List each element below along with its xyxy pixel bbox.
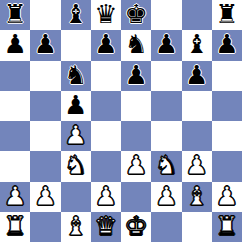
square-b3[interactable]: [30, 151, 60, 181]
square-b5[interactable]: [30, 91, 60, 121]
square-c1[interactable]: ♝: [61, 212, 91, 242]
square-h5[interactable]: [212, 91, 242, 121]
square-h3[interactable]: [212, 151, 242, 181]
square-d2[interactable]: ♟: [91, 182, 121, 212]
square-g6[interactable]: ♟: [182, 61, 212, 91]
square-a8[interactable]: ♜: [0, 0, 30, 30]
square-e6[interactable]: ♟: [121, 61, 151, 91]
square-a3[interactable]: [0, 151, 30, 181]
piece-black-king[interactable]: ♚: [124, 1, 147, 27]
piece-white-pawn[interactable]: ♟: [124, 152, 147, 178]
piece-white-knight[interactable]: ♞: [64, 152, 87, 178]
square-b2[interactable]: ♟: [30, 182, 60, 212]
square-b8[interactable]: [30, 0, 60, 30]
square-f6[interactable]: [151, 61, 181, 91]
piece-white-king[interactable]: ♚: [124, 213, 147, 239]
square-h4[interactable]: [212, 121, 242, 151]
square-c8[interactable]: ♝: [61, 0, 91, 30]
piece-white-pawn[interactable]: ♟: [185, 152, 208, 178]
square-f5[interactable]: [151, 91, 181, 121]
square-d5[interactable]: [91, 91, 121, 121]
piece-black-pawn[interactable]: ♟: [94, 31, 117, 57]
square-h7[interactable]: ♟: [212, 30, 242, 60]
square-f1[interactable]: [151, 212, 181, 242]
square-f3[interactable]: ♞: [151, 151, 181, 181]
square-f7[interactable]: ♟: [151, 30, 181, 60]
square-c6[interactable]: ♞: [61, 61, 91, 91]
piece-white-pawn[interactable]: ♟: [34, 183, 57, 209]
piece-black-pawn[interactable]: ♟: [215, 31, 238, 57]
square-e4[interactable]: [121, 121, 151, 151]
piece-white-rook[interactable]: ♜: [215, 213, 238, 239]
square-d7[interactable]: ♟: [91, 30, 121, 60]
square-f8[interactable]: [151, 0, 181, 30]
piece-white-queen[interactable]: ♛: [94, 213, 117, 239]
piece-black-rook[interactable]: ♜: [215, 1, 238, 27]
square-e1[interactable]: ♚: [121, 212, 151, 242]
piece-white-pawn[interactable]: ♟: [215, 183, 238, 209]
piece-white-bishop[interactable]: ♝: [185, 183, 208, 209]
square-g8[interactable]: [182, 0, 212, 30]
piece-black-knight[interactable]: ♞: [64, 62, 87, 88]
piece-white-rook[interactable]: ♜: [3, 213, 26, 239]
piece-white-pawn[interactable]: ♟: [64, 122, 87, 148]
square-b6[interactable]: [30, 61, 60, 91]
square-e2[interactable]: [121, 182, 151, 212]
square-g5[interactable]: [182, 91, 212, 121]
square-a5[interactable]: [0, 91, 30, 121]
piece-white-pawn[interactable]: ♟: [155, 183, 178, 209]
piece-black-rook[interactable]: ♜: [3, 1, 26, 27]
square-g7[interactable]: ♝: [182, 30, 212, 60]
square-h8[interactable]: ♜: [212, 0, 242, 30]
square-a4[interactable]: [0, 121, 30, 151]
piece-black-pawn[interactable]: ♟: [185, 62, 208, 88]
piece-black-bishop[interactable]: ♝: [64, 1, 87, 27]
square-b1[interactable]: [30, 212, 60, 242]
piece-black-bishop[interactable]: ♝: [185, 31, 208, 57]
piece-black-pawn[interactable]: ♟: [3, 31, 26, 57]
square-b7[interactable]: ♟: [30, 30, 60, 60]
square-c3[interactable]: ♞: [61, 151, 91, 181]
square-c5[interactable]: ♟: [61, 91, 91, 121]
piece-black-queen[interactable]: ♛: [94, 1, 117, 27]
square-f4[interactable]: [151, 121, 181, 151]
square-a1[interactable]: ♜: [0, 212, 30, 242]
square-c2[interactable]: [61, 182, 91, 212]
square-g2[interactable]: ♝: [182, 182, 212, 212]
square-c7[interactable]: [61, 30, 91, 60]
piece-black-pawn[interactable]: ♟: [155, 31, 178, 57]
piece-black-pawn[interactable]: ♟: [124, 62, 147, 88]
piece-white-pawn[interactable]: ♟: [3, 183, 26, 209]
piece-black-knight[interactable]: ♞: [124, 31, 147, 57]
square-b4[interactable]: [30, 121, 60, 151]
square-d6[interactable]: [91, 61, 121, 91]
square-e8[interactable]: ♚: [121, 0, 151, 30]
square-c4[interactable]: ♟: [61, 121, 91, 151]
piece-white-pawn[interactable]: ♟: [94, 183, 117, 209]
square-d8[interactable]: ♛: [91, 0, 121, 30]
square-a7[interactable]: ♟: [0, 30, 30, 60]
square-e5[interactable]: [121, 91, 151, 121]
square-h2[interactable]: ♟: [212, 182, 242, 212]
piece-white-knight[interactable]: ♞: [155, 152, 178, 178]
square-d3[interactable]: [91, 151, 121, 181]
piece-black-pawn[interactable]: ♟: [34, 31, 57, 57]
square-g1[interactable]: [182, 212, 212, 242]
square-h6[interactable]: [212, 61, 242, 91]
square-e3[interactable]: ♟: [121, 151, 151, 181]
square-d1[interactable]: ♛: [91, 212, 121, 242]
square-a2[interactable]: ♟: [0, 182, 30, 212]
square-g3[interactable]: ♟: [182, 151, 212, 181]
square-d4[interactable]: [91, 121, 121, 151]
square-g4[interactable]: [182, 121, 212, 151]
square-h1[interactable]: ♜: [212, 212, 242, 242]
square-a6[interactable]: [0, 61, 30, 91]
square-f2[interactable]: ♟: [151, 182, 181, 212]
piece-white-bishop[interactable]: ♝: [64, 213, 87, 239]
chess-board: ♜♝♛♚♜♟♟♟♞♟♝♟♞♟♟♟♟♞♟♞♟♟♟♟♟♝♟♜♝♛♚♜: [0, 0, 242, 242]
square-e7[interactable]: ♞: [121, 30, 151, 60]
piece-black-pawn[interactable]: ♟: [64, 92, 87, 118]
